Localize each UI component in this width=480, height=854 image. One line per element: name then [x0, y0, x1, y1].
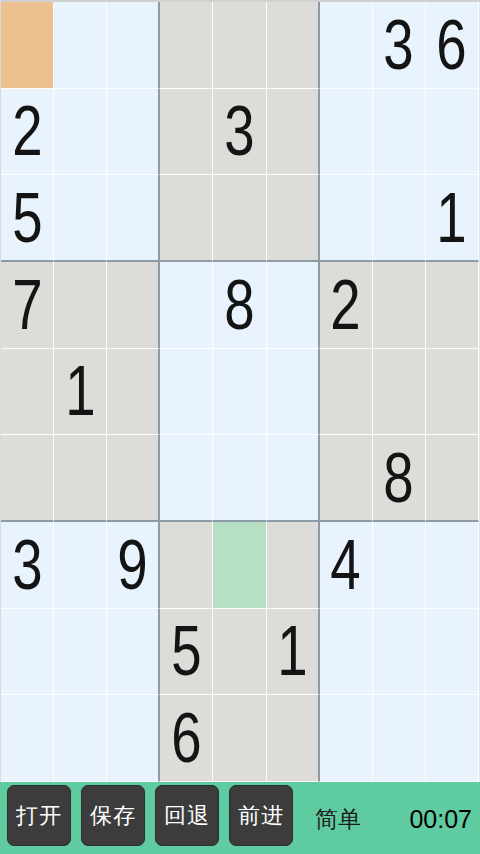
- cell-r8c1[interactable]: [1, 609, 54, 696]
- given-digit: 5: [171, 616, 201, 686]
- cell-r3c9[interactable]: 1: [426, 175, 479, 262]
- toolbar: 打开 保存 回退 前进 简单 00:07: [0, 782, 480, 854]
- cell-r4c9[interactable]: [426, 262, 479, 349]
- given-digit: 6: [437, 10, 467, 80]
- cell-r3c2[interactable]: [54, 175, 107, 262]
- given-digit: 1: [437, 183, 467, 253]
- cell-r9c8[interactable]: [373, 695, 426, 782]
- cell-r5c3[interactable]: [107, 349, 160, 436]
- given-digit: 9: [118, 530, 148, 600]
- cell-r3c7[interactable]: [320, 175, 373, 262]
- cell-r2c4[interactable]: [160, 89, 213, 176]
- cell-r2c5[interactable]: 3: [213, 89, 266, 176]
- given-digit: 2: [12, 96, 42, 166]
- cell-r1c9[interactable]: 6: [426, 2, 479, 89]
- save-button[interactable]: 保存: [81, 785, 145, 846]
- cell-r9c2[interactable]: [54, 695, 107, 782]
- cell-r7c7[interactable]: 4: [320, 522, 373, 609]
- cell-r5c1[interactable]: [1, 349, 54, 436]
- cell-r6c6[interactable]: [267, 435, 320, 522]
- cell-r7c4[interactable]: [160, 522, 213, 609]
- cell-r6c7[interactable]: [320, 435, 373, 522]
- timer: 00:07: [409, 805, 472, 834]
- given-digit: 4: [331, 530, 361, 600]
- cell-r7c6[interactable]: [267, 522, 320, 609]
- cell-r6c5[interactable]: [213, 435, 266, 522]
- cell-r8c6[interactable]: 1: [267, 609, 320, 696]
- cell-r8c3[interactable]: [107, 609, 160, 696]
- cell-r4c2[interactable]: [54, 262, 107, 349]
- cell-r7c5[interactable]: [213, 522, 266, 609]
- cell-r1c8[interactable]: 3: [373, 2, 426, 89]
- cell-r3c6[interactable]: [267, 175, 320, 262]
- cell-r8c5[interactable]: [213, 609, 266, 696]
- cell-r4c1[interactable]: 7: [1, 262, 54, 349]
- cell-r6c9[interactable]: [426, 435, 479, 522]
- cell-r9c6[interactable]: [267, 695, 320, 782]
- cell-r6c8[interactable]: 8: [373, 435, 426, 522]
- cell-r5c5[interactable]: [213, 349, 266, 436]
- cell-r2c3[interactable]: [107, 89, 160, 176]
- app-screen: 36235178218394516 打开 保存 回退 前进 简单 00:07: [0, 0, 480, 854]
- cell-r8c8[interactable]: [373, 609, 426, 696]
- undo-button[interactable]: 回退: [155, 785, 219, 846]
- cell-r1c1[interactable]: [1, 2, 54, 89]
- cell-r3c4[interactable]: [160, 175, 213, 262]
- cell-r6c3[interactable]: [107, 435, 160, 522]
- cell-r6c1[interactable]: [1, 435, 54, 522]
- cell-r7c9[interactable]: [426, 522, 479, 609]
- given-digit: 5: [12, 183, 42, 253]
- cell-r7c8[interactable]: [373, 522, 426, 609]
- cell-r9c3[interactable]: [107, 695, 160, 782]
- sudoku-board: 36235178218394516: [0, 0, 480, 782]
- cell-r1c2[interactable]: [54, 2, 107, 89]
- cell-r5c2[interactable]: 1: [54, 349, 107, 436]
- cell-r2c7[interactable]: [320, 89, 373, 176]
- cell-r7c2[interactable]: [54, 522, 107, 609]
- redo-button[interactable]: 前进: [229, 785, 293, 846]
- cell-r2c1[interactable]: 2: [1, 89, 54, 176]
- cell-r4c5[interactable]: 8: [213, 262, 266, 349]
- cell-r1c4[interactable]: [160, 2, 213, 89]
- cell-r9c5[interactable]: [213, 695, 266, 782]
- cell-r4c6[interactable]: [267, 262, 320, 349]
- cell-r4c8[interactable]: [373, 262, 426, 349]
- given-digit: 6: [171, 703, 201, 773]
- cell-r9c9[interactable]: [426, 695, 479, 782]
- cell-r3c5[interactable]: [213, 175, 266, 262]
- given-digit: 8: [224, 270, 254, 340]
- cell-r8c2[interactable]: [54, 609, 107, 696]
- given-digit: 3: [224, 96, 254, 166]
- cell-r2c9[interactable]: [426, 89, 479, 176]
- cell-r4c4[interactable]: [160, 262, 213, 349]
- cell-r1c3[interactable]: [107, 2, 160, 89]
- cell-r3c1[interactable]: 5: [1, 175, 54, 262]
- given-digit: 2: [331, 270, 361, 340]
- cell-r6c4[interactable]: [160, 435, 213, 522]
- cell-r9c1[interactable]: [1, 695, 54, 782]
- given-digit: 3: [384, 10, 414, 80]
- cell-r2c8[interactable]: [373, 89, 426, 176]
- cell-r8c9[interactable]: [426, 609, 479, 696]
- cell-r3c3[interactable]: [107, 175, 160, 262]
- cell-r5c8[interactable]: [373, 349, 426, 436]
- cell-r9c4[interactable]: 6: [160, 695, 213, 782]
- open-button[interactable]: 打开: [7, 785, 71, 846]
- cell-r2c6[interactable]: [267, 89, 320, 176]
- cell-r4c7[interactable]: 2: [320, 262, 373, 349]
- given-digit: 3: [12, 530, 42, 600]
- cell-r5c9[interactable]: [426, 349, 479, 436]
- cell-r2c2[interactable]: [54, 89, 107, 176]
- given-digit: 1: [277, 616, 307, 686]
- cell-r6c2[interactable]: [54, 435, 107, 522]
- given-digit: 1: [65, 356, 95, 426]
- cell-r5c6[interactable]: [267, 349, 320, 436]
- cell-r1c7[interactable]: [320, 2, 373, 89]
- cell-r9c7[interactable]: [320, 695, 373, 782]
- cell-r7c1[interactable]: 3: [1, 522, 54, 609]
- given-digit: 7: [12, 270, 42, 340]
- cell-r8c4[interactable]: 5: [160, 609, 213, 696]
- cell-r7c3[interactable]: 9: [107, 522, 160, 609]
- difficulty-label: 简单: [315, 804, 361, 835]
- cell-r3c8[interactable]: [373, 175, 426, 262]
- cell-r5c7[interactable]: [320, 349, 373, 436]
- cell-r8c7[interactable]: [320, 609, 373, 696]
- given-digit: 8: [384, 443, 414, 513]
- cell-r1c5[interactable]: [213, 2, 266, 89]
- cell-r4c3[interactable]: [107, 262, 160, 349]
- cell-r5c4[interactable]: [160, 349, 213, 436]
- cell-r1c6[interactable]: [267, 2, 320, 89]
